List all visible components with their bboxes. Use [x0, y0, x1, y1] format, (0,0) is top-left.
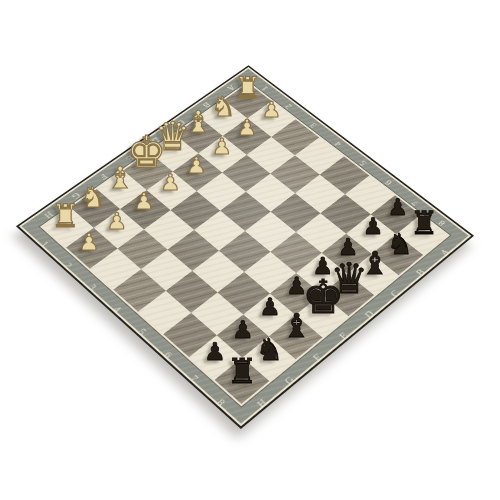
rank-label-5-lower-left: 5 — [137, 327, 148, 336]
piece-black-pawn-h7[interactable]: ♟ — [204, 340, 226, 364]
piece-white-pawn-h2[interactable]: ♟ — [79, 229, 100, 252]
file-label-e-lower-right: E — [337, 331, 349, 341]
file-label-d-lower-right: D — [363, 309, 376, 319]
piece-white-knight-g1[interactable]: ♞ — [80, 184, 106, 213]
piece-black-pawn-f7[interactable]: ♟ — [259, 296, 280, 320]
file-label-b-lower-right: B — [414, 268, 426, 278]
file-label-f-lower-right: F — [311, 353, 323, 363]
piece-black-pawn-b7[interactable]: ♟ — [363, 215, 384, 238]
rank-label-1-upper-right: 1 — [261, 85, 271, 92]
piece-white-pawn-e2[interactable]: ♟ — [160, 172, 180, 195]
piece-white-pawn-d2[interactable]: ♟ — [186, 153, 206, 175]
piece-white-pawn-c2[interactable]: ♟ — [212, 135, 232, 157]
piece-black-knight-g8[interactable]: ♞ — [256, 334, 284, 365]
rank-label-7-lower-left: 7 — [188, 373, 200, 383]
rank-label-5-upper-right: 5 — [359, 159, 369, 167]
piece-black-pawn-g7[interactable]: ♟ — [232, 318, 254, 342]
rank-label-6-lower-left: 6 — [162, 350, 173, 359]
file-label-a-lower-right: A — [438, 247, 450, 257]
file-label-g-lower-right: G — [283, 375, 296, 386]
piece-white-pawn-b2[interactable]: ♟ — [237, 117, 257, 139]
piece-white-rook-a1[interactable]: ♜ — [234, 73, 261, 103]
piece-black-bishop-f8[interactable]: ♝ — [282, 310, 311, 343]
file-label-h-lower-right: H — [255, 397, 268, 408]
rank-label-2-upper-right: 2 — [284, 103, 294, 110]
rank-label-4-upper-right: 4 — [333, 140, 343, 148]
piece-black-knight-b8[interactable]: ♞ — [387, 230, 413, 259]
piece-black-rook-h8[interactable]: ♜ — [226, 353, 257, 387]
chessboard-scene: 11AA22BB33CC44DD55EE66FF77GG88HH ♜♞♝♛♚♝♞… — [0, 0, 500, 500]
file-label-c-lower-right: C — [389, 288, 401, 298]
rank-label-6-upper-right: 6 — [384, 178, 394, 186]
rank-label-4-lower-left: 4 — [112, 305, 123, 314]
piece-white-pawn-f2[interactable]: ♟ — [134, 191, 154, 214]
rank-label-1-lower-left: 1 — [39, 240, 50, 248]
piece-white-pawn-a2[interactable]: ♟ — [262, 100, 281, 122]
piece-black-pawn-a7[interactable]: ♟ — [387, 196, 407, 219]
piece-white-bishop-f1[interactable]: ♝ — [107, 163, 134, 193]
piece-black-rook-a8[interactable]: ♜ — [410, 207, 439, 239]
rank-label-2-lower-left: 2 — [63, 261, 74, 270]
piece-white-knight-b1[interactable]: ♞ — [211, 93, 236, 120]
piece-white-rook-h1[interactable]: ♜ — [51, 200, 80, 232]
rank-label-3-upper-right: 3 — [309, 121, 319, 128]
rank-label-8-lower-left: 8 — [215, 397, 227, 407]
piece-white-pawn-g2[interactable]: ♟ — [107, 210, 128, 233]
rank-label-3-lower-left: 3 — [87, 283, 98, 292]
